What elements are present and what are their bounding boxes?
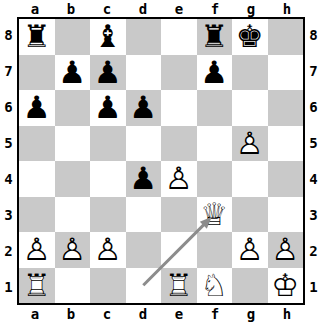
piece-black-pawn-d4: ♟ [126, 161, 162, 197]
piece-black-pawn-d6: ♟ [126, 90, 162, 126]
white-pawn-icon: ♙ [55, 232, 91, 268]
square-f8[interactable]: ♜ [197, 19, 233, 55]
white-pawn-icon: ♙ [232, 232, 268, 268]
square-g7[interactable] [232, 55, 268, 91]
white-pawn-icon: ♙ [161, 161, 197, 197]
piece-white-pawn-g2: ♟♙ [232, 232, 268, 268]
board: ♜♝♜♚♟♟♟♟♟♟♟♙♟♟♙♛♕♟♙♟♙♟♙♟♙♟♙♜♖♜♖♞♘♚♔ [17, 17, 305, 305]
square-b1[interactable] [55, 268, 91, 304]
white-pawn-icon: ♙ [90, 232, 126, 268]
black-pawn-icon: ♟ [90, 90, 126, 126]
square-a7[interactable] [19, 55, 55, 91]
file-label-d: d [125, 0, 161, 17]
piece-black-rook-f8: ♜ [197, 19, 233, 55]
square-e2[interactable] [161, 232, 197, 268]
square-h8[interactable] [268, 19, 304, 55]
square-h6[interactable] [268, 90, 304, 126]
square-g2[interactable]: ♟♙ [232, 232, 268, 268]
square-e5[interactable] [161, 126, 197, 162]
black-pawn-icon: ♟ [126, 161, 162, 197]
square-a5[interactable] [19, 126, 55, 162]
square-f2[interactable] [197, 232, 233, 268]
piece-white-knight-f1: ♞♘ [197, 268, 233, 304]
square-d4[interactable]: ♟ [126, 161, 162, 197]
piece-white-queen-f3: ♛♕ [197, 197, 233, 233]
square-a4[interactable] [19, 161, 55, 197]
piece-black-rook-a8: ♜ [19, 19, 55, 55]
piece-white-pawn-g5: ♟♙ [232, 126, 268, 162]
square-b7[interactable]: ♟ [55, 55, 91, 91]
square-g5[interactable]: ♟♙ [232, 126, 268, 162]
file-label-b: b [53, 0, 89, 17]
square-f4[interactable] [197, 161, 233, 197]
square-c7[interactable]: ♟ [90, 55, 126, 91]
square-c2[interactable]: ♟♙ [90, 232, 126, 268]
white-rook-icon: ♖ [19, 268, 55, 304]
square-a3[interactable] [19, 197, 55, 233]
square-e4[interactable]: ♟♙ [161, 161, 197, 197]
file-label-e: e [161, 0, 197, 17]
rank-label-1: 1 [305, 269, 322, 305]
rank-label-8: 8 [305, 17, 322, 53]
square-b3[interactable] [55, 197, 91, 233]
square-f7[interactable]: ♟ [197, 55, 233, 91]
square-c1[interactable] [90, 268, 126, 304]
black-rook-icon: ♜ [197, 19, 233, 55]
black-bishop-icon: ♝ [90, 19, 126, 55]
rank-labels-right: 87654321 [305, 17, 322, 305]
white-queen-icon: ♕ [197, 197, 233, 233]
black-rook-icon: ♜ [19, 19, 55, 55]
square-g6[interactable] [232, 90, 268, 126]
square-c4[interactable] [90, 161, 126, 197]
piece-black-pawn-a6: ♟ [19, 90, 55, 126]
piece-white-pawn-a2: ♟♙ [19, 232, 55, 268]
rank-label-7: 7 [305, 53, 322, 89]
square-b5[interactable] [55, 126, 91, 162]
square-a8[interactable]: ♜ [19, 19, 55, 55]
file-label-c: c [89, 0, 125, 17]
rank-label-5: 5 [0, 125, 17, 161]
square-h2[interactable]: ♟♙ [268, 232, 304, 268]
black-pawn-icon: ♟ [19, 90, 55, 126]
square-h3[interactable] [268, 197, 304, 233]
piece-black-pawn-c6: ♟ [90, 90, 126, 126]
rank-label-5: 5 [305, 125, 322, 161]
white-pawn-icon: ♙ [268, 232, 304, 268]
square-b6[interactable] [55, 90, 91, 126]
square-c3[interactable] [90, 197, 126, 233]
square-a6[interactable]: ♟ [19, 90, 55, 126]
square-d2[interactable] [126, 232, 162, 268]
piece-black-pawn-c7: ♟ [90, 55, 126, 91]
white-king-icon: ♔ [268, 268, 304, 304]
piece-black-pawn-b7: ♟ [55, 55, 91, 91]
square-f5[interactable] [197, 126, 233, 162]
piece-black-bishop-c8: ♝ [90, 19, 126, 55]
piece-black-pawn-f7: ♟ [197, 55, 233, 91]
rank-label-6: 6 [0, 89, 17, 125]
square-h4[interactable] [268, 161, 304, 197]
square-f3[interactable]: ♛♕ [197, 197, 233, 233]
square-d3[interactable] [126, 197, 162, 233]
chess-diagram: abcdefgh abcdefgh 87654321 87654321 ♜♝♜♚… [0, 0, 322, 322]
black-pawn-icon: ♟ [126, 90, 162, 126]
black-pawn-icon: ♟ [197, 55, 233, 91]
black-pawn-icon: ♟ [90, 55, 126, 91]
square-e6[interactable] [161, 90, 197, 126]
square-e7[interactable] [161, 55, 197, 91]
file-label-c: c [89, 305, 125, 322]
rank-label-1: 1 [0, 269, 17, 305]
square-g1[interactable] [232, 268, 268, 304]
square-h7[interactable] [268, 55, 304, 91]
file-labels-top: abcdefgh [17, 0, 305, 17]
rank-label-3: 3 [305, 197, 322, 233]
square-b4[interactable] [55, 161, 91, 197]
square-d6[interactable]: ♟ [126, 90, 162, 126]
file-label-b: b [53, 305, 89, 322]
piece-white-pawn-e4: ♟♙ [161, 161, 197, 197]
square-e3[interactable] [161, 197, 197, 233]
file-label-a: a [17, 0, 53, 17]
white-pawn-icon: ♙ [19, 232, 55, 268]
square-c5[interactable] [90, 126, 126, 162]
black-pawn-icon: ♟ [55, 55, 91, 91]
square-b8[interactable] [55, 19, 91, 55]
square-d7[interactable] [126, 55, 162, 91]
rank-labels-left: 87654321 [0, 17, 17, 305]
white-pawn-icon: ♙ [232, 126, 268, 162]
file-label-a: a [17, 305, 53, 322]
file-label-h: h [269, 305, 305, 322]
square-a2[interactable]: ♟♙ [19, 232, 55, 268]
square-f6[interactable] [197, 90, 233, 126]
square-d1[interactable] [126, 268, 162, 304]
rank-label-8: 8 [0, 17, 17, 53]
square-c8[interactable]: ♝ [90, 19, 126, 55]
white-knight-icon: ♘ [197, 268, 233, 304]
square-c6[interactable]: ♟ [90, 90, 126, 126]
piece-white-rook-a1: ♜♖ [19, 268, 55, 304]
square-h1[interactable]: ♚♔ [268, 268, 304, 304]
rank-label-4: 4 [305, 161, 322, 197]
square-g3[interactable] [232, 197, 268, 233]
white-rook-icon: ♖ [161, 268, 197, 304]
square-b2[interactable]: ♟♙ [55, 232, 91, 268]
rank-label-4: 4 [0, 161, 17, 197]
square-d5[interactable] [126, 126, 162, 162]
square-h5[interactable] [268, 126, 304, 162]
square-e1[interactable]: ♜♖ [161, 268, 197, 304]
piece-white-pawn-h2: ♟♙ [268, 232, 304, 268]
rank-label-3: 3 [0, 197, 17, 233]
piece-white-king-h1: ♚♔ [268, 268, 304, 304]
file-labels-bottom: abcdefgh [17, 305, 305, 322]
piece-black-king-g8: ♚ [232, 19, 268, 55]
piece-white-rook-e1: ♜♖ [161, 268, 197, 304]
rank-label-6: 6 [305, 89, 322, 125]
square-d8[interactable] [126, 19, 162, 55]
rank-label-2: 2 [0, 233, 17, 269]
file-label-f: f [197, 0, 233, 17]
file-label-f: f [197, 305, 233, 322]
black-king-icon: ♚ [232, 19, 268, 55]
rank-label-7: 7 [0, 53, 17, 89]
square-f1[interactable]: ♞♘ [197, 268, 233, 304]
piece-white-pawn-b2: ♟♙ [55, 232, 91, 268]
file-label-d: d [125, 305, 161, 322]
square-a1[interactable]: ♜♖ [19, 268, 55, 304]
file-label-g: g [233, 305, 269, 322]
square-g8[interactable]: ♚ [232, 19, 268, 55]
rank-label-2: 2 [305, 233, 322, 269]
square-g4[interactable] [232, 161, 268, 197]
file-label-g: g [233, 0, 269, 17]
square-e8[interactable] [161, 19, 197, 55]
file-label-e: e [161, 305, 197, 322]
file-label-h: h [269, 0, 305, 17]
piece-white-pawn-c2: ♟♙ [90, 232, 126, 268]
